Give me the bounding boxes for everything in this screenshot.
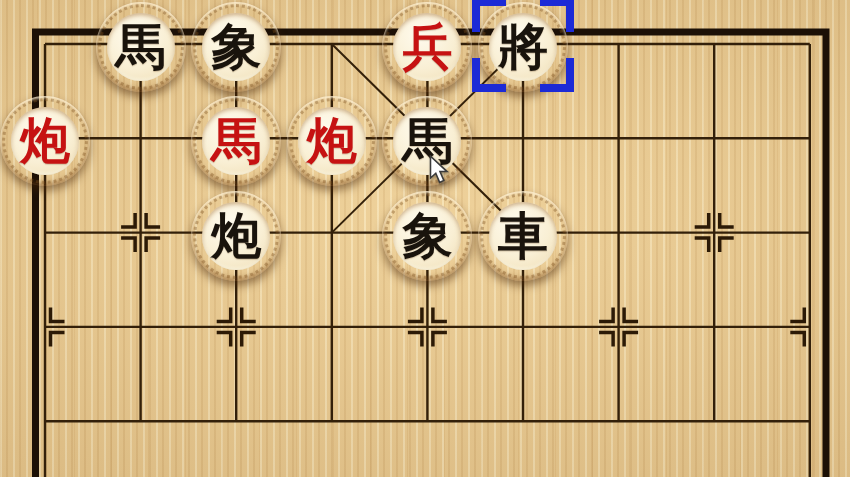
piece-character: 兵 <box>402 22 452 72</box>
intersection-4-2: 象 <box>380 185 476 279</box>
piece-character: 象 <box>211 22 261 72</box>
piece-character: 馬 <box>402 116 452 166</box>
intersection-2-2: 炮 <box>188 185 284 279</box>
piece-red-soldier-e9[interactable]: 兵 <box>382 2 472 92</box>
intersection-2-0: 象 <box>188 0 284 91</box>
board-intersections: 馬象兵將炮馬炮馬炮象車 <box>0 0 850 468</box>
piece-black-chariot-f7[interactable]: 車 <box>478 191 568 281</box>
piece-character: 馬 <box>211 116 261 166</box>
piece-character: 象 <box>402 211 452 261</box>
piece-character: 車 <box>498 211 548 261</box>
intersection-5-0: 將 <box>475 0 571 91</box>
piece-character: 將 <box>498 22 548 72</box>
piece-red-cannon-a8[interactable]: 炮 <box>0 96 90 186</box>
xiangqi-board: 馬象兵將炮馬炮馬炮象車 <box>0 0 850 477</box>
piece-black-elephant-c9[interactable]: 象 <box>191 2 281 92</box>
piece-black-elephant-e7[interactable]: 象 <box>382 191 472 281</box>
piece-black-general-f9[interactable]: 將 <box>478 2 568 92</box>
piece-character: 炮 <box>211 211 261 261</box>
piece-character: 馬 <box>116 22 166 72</box>
intersection-1-0: 馬 <box>93 0 189 91</box>
piece-black-horse-e8[interactable]: 馬 <box>382 96 472 186</box>
intersection-4-0: 兵 <box>380 0 476 91</box>
piece-black-horse-b9[interactable]: 馬 <box>96 2 186 92</box>
intersection-2-1: 馬 <box>188 91 284 185</box>
piece-character: 炮 <box>20 116 70 166</box>
piece-black-cannon-c7[interactable]: 炮 <box>191 191 281 281</box>
intersection-4-1: 馬 <box>380 91 476 185</box>
intersection-3-1: 炮 <box>284 91 380 185</box>
piece-character: 炮 <box>307 116 357 166</box>
piece-red-horse-c8[interactable]: 馬 <box>191 96 281 186</box>
intersection-0-1: 炮 <box>0 91 93 185</box>
piece-red-cannon-d8[interactable]: 炮 <box>287 96 377 186</box>
intersection-5-2: 車 <box>475 185 571 279</box>
